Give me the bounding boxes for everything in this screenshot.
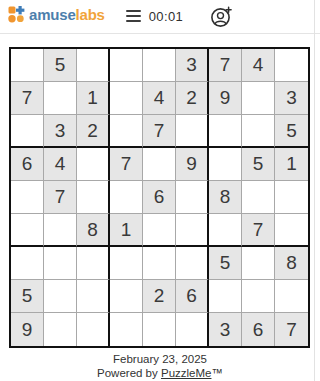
cell-r9c2[interactable] <box>44 313 77 346</box>
cell-r1c8[interactable]: 4 <box>242 49 275 82</box>
puzzleme-link[interactable]: PuzzleMe <box>161 367 212 379</box>
cell-r9c4[interactable] <box>110 313 143 346</box>
cell-r8c1[interactable]: 5 <box>11 280 44 313</box>
cell-r2c1[interactable]: 7 <box>11 82 44 115</box>
cell-r2c4[interactable] <box>110 82 143 115</box>
cell-r8c3[interactable] <box>77 280 110 313</box>
cell-r7c7[interactable]: 5 <box>209 247 242 280</box>
cell-r4c1[interactable]: 6 <box>11 148 44 181</box>
cell-r2c8[interactable] <box>242 82 275 115</box>
cell-r6c8[interactable]: 7 <box>242 214 275 247</box>
cell-r3c2[interactable]: 3 <box>44 115 77 148</box>
cell-r2c6[interactable]: 2 <box>176 82 209 115</box>
cell-r5c6[interactable] <box>176 181 209 214</box>
cell-r7c1[interactable] <box>11 247 44 280</box>
cell-r5c8[interactable] <box>242 181 275 214</box>
menu-button[interactable] <box>126 10 141 22</box>
cell-r3c5[interactable]: 7 <box>143 115 176 148</box>
header: amuselabs 00:01 <box>0 0 320 34</box>
cell-r6c4[interactable]: 1 <box>110 214 143 247</box>
cell-r8c2[interactable] <box>44 280 77 313</box>
cell-r4c6[interactable]: 9 <box>176 148 209 181</box>
cell-r4c3[interactable] <box>77 148 110 181</box>
cell-r7c3[interactable] <box>77 247 110 280</box>
cell-r6c6[interactable] <box>176 214 209 247</box>
cell-r6c1[interactable] <box>11 214 44 247</box>
powered-by-line: Powered by PuzzleMe™ <box>0 366 320 380</box>
cell-r4c8[interactable]: 5 <box>242 148 275 181</box>
cell-r1c9[interactable] <box>275 49 308 82</box>
cell-r9c8[interactable]: 6 <box>242 313 275 346</box>
cell-r9c9[interactable]: 7 <box>275 313 308 346</box>
cell-r7c4[interactable] <box>110 247 143 280</box>
sudoku-grid: 53747142933275647951768817585269367 <box>9 47 310 348</box>
cell-r9c6[interactable] <box>176 313 209 346</box>
cell-r4c9[interactable]: 1 <box>275 148 308 181</box>
cell-r1c3[interactable] <box>77 49 110 82</box>
cell-r4c4[interactable]: 7 <box>110 148 143 181</box>
cell-r3c3[interactable]: 2 <box>77 115 110 148</box>
cell-r4c2[interactable]: 4 <box>44 148 77 181</box>
cell-r3c9[interactable]: 5 <box>275 115 308 148</box>
cell-r2c5[interactable]: 4 <box>143 82 176 115</box>
cell-r8c6[interactable]: 6 <box>176 280 209 313</box>
cell-r8c5[interactable]: 2 <box>143 280 176 313</box>
window-edge-line <box>314 0 315 381</box>
cell-r7c2[interactable] <box>44 247 77 280</box>
trademark-symbol: ™ <box>211 367 223 379</box>
cell-r7c5[interactable] <box>143 247 176 280</box>
cell-r5c2[interactable]: 7 <box>44 181 77 214</box>
cell-r9c7[interactable]: 3 <box>209 313 242 346</box>
timer-display: 00:01 <box>143 9 189 24</box>
cell-r3c1[interactable] <box>11 115 44 148</box>
cell-r9c3[interactable] <box>77 313 110 346</box>
cell-r4c5[interactable] <box>143 148 176 181</box>
cell-r2c3[interactable]: 1 <box>77 82 110 115</box>
cell-r6c9[interactable] <box>275 214 308 247</box>
cell-r3c8[interactable] <box>242 115 275 148</box>
cell-r9c5[interactable] <box>143 313 176 346</box>
cell-r1c4[interactable] <box>110 49 143 82</box>
cell-r3c7[interactable] <box>209 115 242 148</box>
cell-r2c2[interactable] <box>44 82 77 115</box>
hamburger-icon <box>126 10 141 12</box>
logo-text: amuselabs <box>29 6 105 23</box>
cell-r1c7[interactable]: 7 <box>209 49 242 82</box>
cell-r6c3[interactable]: 8 <box>77 214 110 247</box>
logo-text-amuse: amuse <box>29 6 76 23</box>
cell-r8c4[interactable] <box>110 280 143 313</box>
amuselabs-logo[interactable]: amuselabs <box>8 6 105 23</box>
cell-r3c4[interactable] <box>110 115 143 148</box>
cell-r8c7[interactable] <box>209 280 242 313</box>
cell-r9c1[interactable]: 9 <box>11 313 44 346</box>
powered-by-text: Powered by <box>97 367 161 379</box>
cell-r7c6[interactable] <box>176 247 209 280</box>
cell-r7c9[interactable]: 8 <box>275 247 308 280</box>
cell-r5c9[interactable] <box>275 181 308 214</box>
cell-r2c9[interactable]: 3 <box>275 82 308 115</box>
amuselabs-logo-icon <box>8 6 25 23</box>
footer: February 23, 2025 Powered by PuzzleMe™ <box>0 352 320 380</box>
cell-r5c1[interactable] <box>11 181 44 214</box>
cell-r1c5[interactable] <box>143 49 176 82</box>
cell-r8c8[interactable] <box>242 280 275 313</box>
cell-r8c9[interactable] <box>275 280 308 313</box>
cell-r6c7[interactable] <box>209 214 242 247</box>
cell-r3c6[interactable] <box>176 115 209 148</box>
logo-text-labs: labs <box>76 6 105 23</box>
cell-r1c2[interactable]: 5 <box>44 49 77 82</box>
cell-r6c2[interactable] <box>44 214 77 247</box>
cell-r5c3[interactable] <box>77 181 110 214</box>
puzzle-date: February 23, 2025 <box>0 352 320 366</box>
cell-r6c5[interactable] <box>143 214 176 247</box>
cell-r2c7[interactable]: 9 <box>209 82 242 115</box>
board-wrap: 53747142933275647951768817585269367 <box>9 47 320 348</box>
add-user-icon <box>209 5 233 29</box>
add-user-button[interactable] <box>209 5 233 29</box>
cell-r5c5[interactable]: 6 <box>143 181 176 214</box>
cell-r5c7[interactable]: 8 <box>209 181 242 214</box>
cell-r5c4[interactable] <box>110 181 143 214</box>
cell-r4c7[interactable] <box>209 148 242 181</box>
cell-r1c1[interactable] <box>11 49 44 82</box>
cell-r1c6[interactable]: 3 <box>176 49 209 82</box>
cell-r7c8[interactable] <box>242 247 275 280</box>
